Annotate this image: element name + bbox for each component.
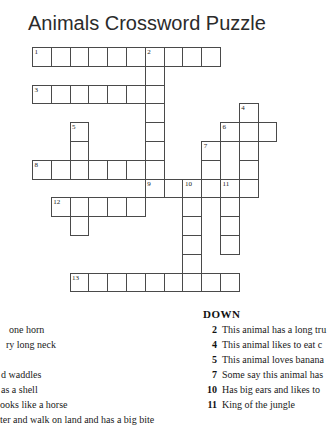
grid-cell-r6c5[interactable] [126, 160, 146, 180]
across-clue-fragment-4: ooks like a horse [0, 397, 68, 412]
grid-cell-r12c2[interactable]: 13 [70, 273, 90, 293]
down-clues-header: DOWN [203, 307, 327, 322]
down-clue-11: 11King of the jungle [203, 397, 327, 412]
down-clue-number-11: 11 [203, 397, 217, 412]
grid-cell-r2c4[interactable] [107, 85, 127, 105]
grid-cell-r0c7[interactable] [164, 47, 184, 67]
grid-cell-r0c1[interactable] [51, 47, 71, 67]
grid-cell-r12c7[interactable] [164, 273, 184, 293]
grid-cell-r0c4[interactable] [107, 47, 127, 67]
grid-cell-r6c4[interactable] [107, 160, 127, 180]
down-clue-text-7: Some say this animal has [222, 367, 323, 382]
grid-cell-r3c11[interactable]: 4 [239, 103, 259, 123]
down-clues: DOWN 2This animal has a long tru4This an… [203, 307, 327, 412]
grid-cell-r7c8[interactable]: 10 [182, 179, 202, 199]
grid-cell-r8c10[interactable] [220, 197, 240, 217]
grid-cell-r0c5[interactable] [126, 47, 146, 67]
grid-cell-r12c5[interactable] [126, 273, 146, 293]
down-clue-text-10: Has big ears and likes to [222, 382, 320, 397]
grid-cell-r11c8[interactable] [182, 254, 202, 274]
grid-cell-r8c8[interactable] [182, 197, 202, 217]
down-clue-7: 7Some say this animal has [203, 367, 327, 382]
grid-cell-r9c2[interactable] [70, 216, 90, 236]
across-clue-fragment-2: d waddles [1, 367, 41, 382]
grid-cell-r1c6[interactable] [145, 66, 165, 86]
down-clue-2: 2This animal has a long tru [203, 322, 327, 337]
grid-cell-r4c2[interactable]: 5 [70, 122, 90, 142]
grid-cell-r8c1[interactable]: 12 [51, 197, 71, 217]
cell-number-10: 10 [185, 180, 192, 188]
cell-number-4: 4 [241, 104, 245, 112]
grid-cell-r12c6[interactable] [145, 273, 165, 293]
grid-cell-r7c11[interactable] [239, 179, 259, 199]
cell-number-8: 8 [35, 161, 39, 169]
grid-cell-r0c6[interactable]: 2 [145, 47, 165, 67]
grid-cell-r10c10[interactable] [220, 235, 240, 255]
grid-cell-r2c2[interactable] [70, 85, 90, 105]
grid-cell-r5c2[interactable] [70, 141, 90, 161]
crossword-worksheet: { "title": "Animals Crossword Puzzle", "… [0, 0, 327, 440]
down-clue-4: 4This animal likes to eat c [203, 337, 327, 352]
grid-cell-r8c5[interactable] [126, 197, 146, 217]
across-clue-fragment-0: one horn [9, 322, 44, 337]
grid-cell-r12c3[interactable] [88, 273, 108, 293]
across-clue-fragment-5: ter and walk on land and has a big bite [0, 412, 154, 427]
grid-cell-r4c11[interactable] [239, 122, 259, 142]
grid-cell-r2c0[interactable]: 3 [32, 85, 52, 105]
cell-number-3: 3 [35, 86, 39, 94]
across-clue-fragment-1: ry long neck [6, 337, 56, 352]
grid-cell-r5c9[interactable]: 7 [201, 141, 221, 161]
down-clue-number-4: 4 [203, 337, 217, 352]
grid-cell-r4c6[interactable] [145, 122, 165, 142]
grid-cell-r7c7[interactable] [164, 179, 184, 199]
down-clues-list: 2This animal has a long tru4This animal … [203, 322, 327, 412]
cell-number-12: 12 [53, 198, 60, 206]
down-clue-number-10: 10 [203, 382, 217, 397]
grid-cell-r2c1[interactable] [51, 85, 71, 105]
grid-cell-r6c11[interactable] [239, 160, 259, 180]
down-clue-number-2: 2 [203, 322, 217, 337]
grid-cell-r6c2[interactable] [70, 160, 90, 180]
grid-cell-r7c9[interactable] [201, 179, 221, 199]
grid-cell-r12c9[interactable] [201, 273, 221, 293]
cell-number-6: 6 [223, 123, 227, 131]
grid-cell-r12c4[interactable] [107, 273, 127, 293]
grid-cell-r9c10[interactable] [220, 216, 240, 236]
grid-cell-r10c8[interactable] [182, 235, 202, 255]
grid-cell-r12c10[interactable] [220, 273, 240, 293]
down-clue-number-7: 7 [203, 367, 217, 382]
down-clue-text-5: This animal loves banana [222, 352, 324, 367]
grid-cell-r2c3[interactable] [88, 85, 108, 105]
cell-number-9: 9 [147, 180, 151, 188]
grid-cell-r9c8[interactable] [182, 216, 202, 236]
down-clue-text-4: This animal likes to eat c [222, 337, 322, 352]
grid-cell-r0c0[interactable]: 1 [32, 47, 52, 67]
down-clue-5: 5This animal loves banana [203, 352, 327, 367]
grid-cell-r6c3[interactable] [88, 160, 108, 180]
down-clue-10: 10Has big ears and likes to [203, 382, 327, 397]
across-clue-fragment-3: as a shell [1, 382, 38, 397]
grid-cell-r5c6[interactable] [145, 141, 165, 161]
grid-cell-r2c5[interactable] [126, 85, 146, 105]
crossword-grid: 12345678910111213 [32, 47, 278, 293]
cell-number-11: 11 [223, 180, 230, 188]
page-title: Animals Crossword Puzzle [28, 12, 266, 35]
grid-cell-r12c8[interactable] [182, 273, 202, 293]
grid-cell-r3c6[interactable] [145, 103, 165, 123]
cell-number-5: 5 [72, 123, 76, 131]
grid-cell-r8c4[interactable] [107, 197, 127, 217]
grid-cell-r6c1[interactable] [51, 160, 71, 180]
grid-cell-r5c11[interactable] [239, 141, 259, 161]
down-clue-text-11: King of the jungle [222, 397, 295, 412]
cell-number-2: 2 [147, 48, 151, 56]
grid-cell-r7c10[interactable]: 11 [220, 179, 240, 199]
grid-cell-r6c6[interactable] [145, 160, 165, 180]
grid-cell-r7c6[interactable]: 9 [145, 179, 165, 199]
cell-number-7: 7 [204, 142, 208, 150]
cell-number-1: 1 [35, 48, 39, 56]
down-clue-text-2: This animal has a long tru [222, 322, 326, 337]
grid-cell-r6c9[interactable] [201, 160, 221, 180]
grid-cell-r0c8[interactable] [182, 47, 202, 67]
grid-cell-r2c6[interactable] [145, 85, 165, 105]
grid-cell-r8c2[interactable] [70, 197, 90, 217]
grid-cell-r4c10[interactable]: 6 [220, 122, 240, 142]
down-clue-number-5: 5 [203, 352, 217, 367]
grid-cell-r0c9[interactable] [201, 47, 221, 67]
grid-cell-r6c0[interactable]: 8 [32, 160, 52, 180]
grid-cell-r8c3[interactable] [88, 197, 108, 217]
grid-cell-r0c3[interactable] [88, 47, 108, 67]
grid-cell-r0c2[interactable] [70, 47, 90, 67]
cell-number-13: 13 [72, 274, 79, 282]
grid-cell-r4c12[interactable] [258, 122, 278, 142]
